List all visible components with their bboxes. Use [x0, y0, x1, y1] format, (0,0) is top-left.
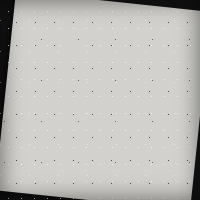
board-squares: [4, 0, 200, 200]
chess-board: [0, 0, 200, 200]
photo-scene: [0, 0, 200, 200]
